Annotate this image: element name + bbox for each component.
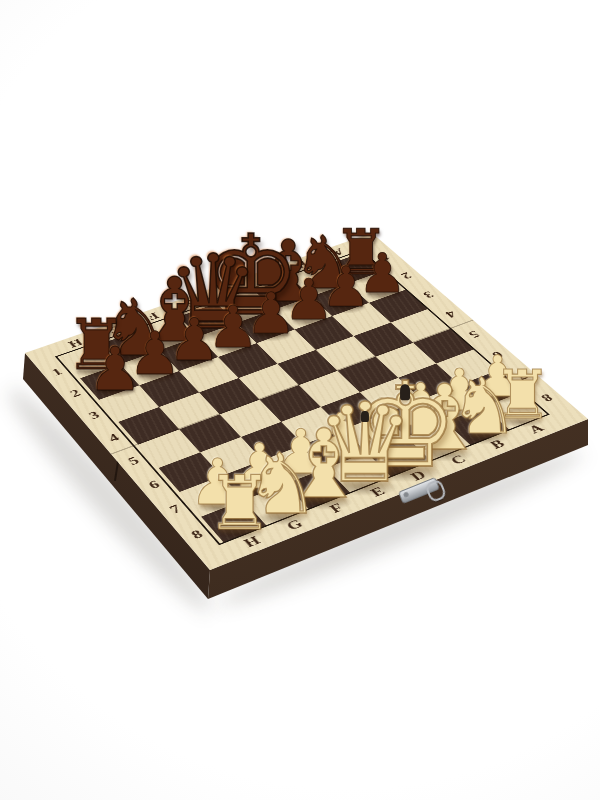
rank-label-left-5: 5 bbox=[125, 454, 142, 467]
rank-label-right-3: 3 bbox=[420, 289, 437, 300]
rank-label-left-7: 7 bbox=[167, 502, 185, 516]
rank-label-left-1: 1 bbox=[49, 366, 65, 378]
rank-label-left-4: 4 bbox=[106, 432, 123, 445]
dark-p-glyph: ♟ bbox=[88, 338, 142, 398]
chess-set-photo: 1234567812345678HHGGFFEEDDCCBBAA ♜♞♝♚♛♝♞… bbox=[0, 0, 600, 800]
rank-label-left-2: 2 bbox=[68, 387, 84, 399]
rank-label-left-3: 3 bbox=[86, 409, 102, 422]
rank-label-left-8: 8 bbox=[188, 527, 206, 541]
rank-label-left-6: 6 bbox=[146, 478, 163, 492]
piece-light-r-h8[interactable]: ♜ bbox=[206, 467, 273, 542]
rank-label-right-5: 5 bbox=[465, 328, 482, 340]
rank-label-right-4: 4 bbox=[442, 309, 459, 320]
light-r-glyph: ♜ bbox=[206, 467, 273, 542]
piece-dark-p-h2[interactable]: ♟ bbox=[88, 338, 142, 398]
